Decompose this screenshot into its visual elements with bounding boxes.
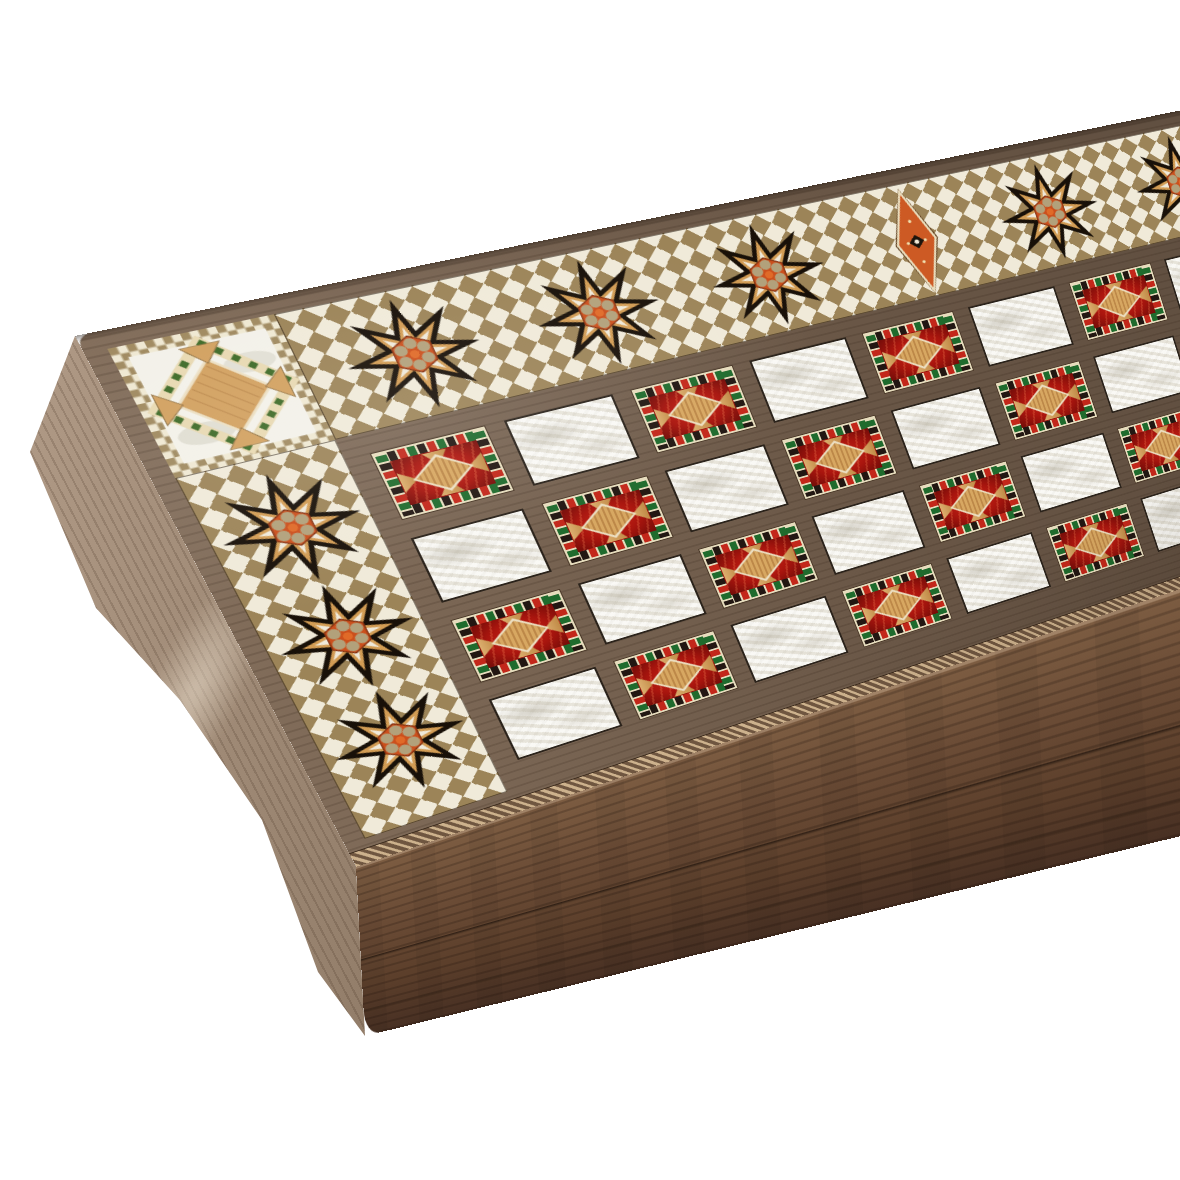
board-cell-red <box>919 461 1026 543</box>
board-cell-pearl <box>1093 335 1180 413</box>
board-cell-pearl <box>1140 475 1180 552</box>
board-cell-pearl <box>730 596 848 683</box>
board-cell-pearl <box>489 667 623 760</box>
board-cell-pearl <box>749 337 869 423</box>
board-cell-red <box>1046 503 1145 583</box>
board-cell-pearl <box>968 286 1074 367</box>
board-cell-red <box>841 563 952 648</box>
eight-point-star-icon <box>982 152 1114 273</box>
board-cell-pearl <box>1164 240 1180 316</box>
board-cell-pearl <box>811 490 925 575</box>
board-cell-red <box>1069 263 1169 341</box>
board-cell-pearl <box>504 394 640 486</box>
board-cell-pearl <box>578 554 707 645</box>
board-cell-red <box>450 589 587 683</box>
lozenge-motif-icon <box>870 183 963 300</box>
board-cell-red <box>862 311 975 394</box>
board-cell-red <box>995 360 1099 440</box>
board-cell-pearl <box>1021 433 1122 513</box>
board-cell-red <box>698 521 819 609</box>
board-cell-red <box>613 630 739 720</box>
board-cell-red <box>1117 406 1180 484</box>
board-cell-pearl <box>891 387 1001 470</box>
board-cell-pearl <box>946 532 1051 614</box>
board-cell-pearl <box>411 508 552 602</box>
eight-point-star-icon <box>512 245 683 381</box>
eight-point-star-icon <box>1120 124 1180 240</box>
eight-point-star-icon <box>318 283 507 426</box>
board-cell-pearl <box>665 444 789 532</box>
backgammon-case-photo <box>0 0 1180 1180</box>
board-cell-red <box>541 475 673 566</box>
board-cell-red <box>370 425 515 520</box>
board-cell-red <box>630 365 757 454</box>
eight-point-star-icon <box>689 210 845 341</box>
board-cell-red <box>781 415 898 500</box>
